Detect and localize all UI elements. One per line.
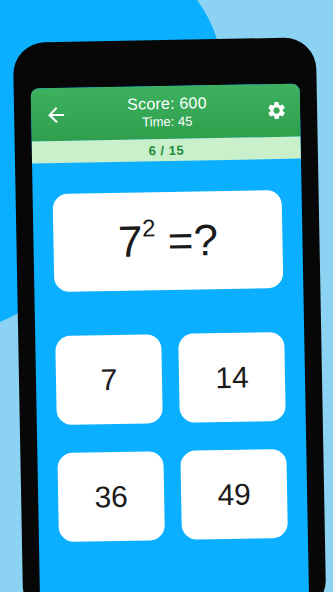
back-button[interactable] <box>44 102 68 126</box>
question-exponent: 2 <box>142 214 156 242</box>
game-area: 72=? 7 14 36 49 <box>32 159 309 592</box>
time-text: Time: 45 <box>68 113 266 133</box>
phone-screen: Score: 600 Time: 45 6 / 15 72=? 7 14 36 … <box>31 84 310 592</box>
answers-grid: 7 14 36 49 <box>55 332 288 542</box>
question-card: 72=? <box>53 190 284 292</box>
answer-button-3[interactable]: 36 <box>57 451 165 542</box>
progress-label: 6 / 15 <box>148 142 184 158</box>
back-arrow-icon <box>44 102 68 126</box>
question-equals: =? <box>167 215 218 266</box>
answer-button-1[interactable]: 7 <box>55 334 163 425</box>
question-base: 7 <box>118 216 143 266</box>
phone-frame: Score: 600 Time: 45 6 / 15 72=? 7 14 36 … <box>13 37 326 592</box>
app-header: Score: 600 Time: 45 <box>31 84 301 142</box>
gear-icon <box>266 100 287 121</box>
answer-button-2[interactable]: 14 <box>178 332 286 423</box>
settings-button[interactable] <box>266 100 287 121</box>
answer-button-4[interactable]: 49 <box>180 449 288 540</box>
score-time-display: Score: 600 Time: 45 <box>68 93 267 133</box>
